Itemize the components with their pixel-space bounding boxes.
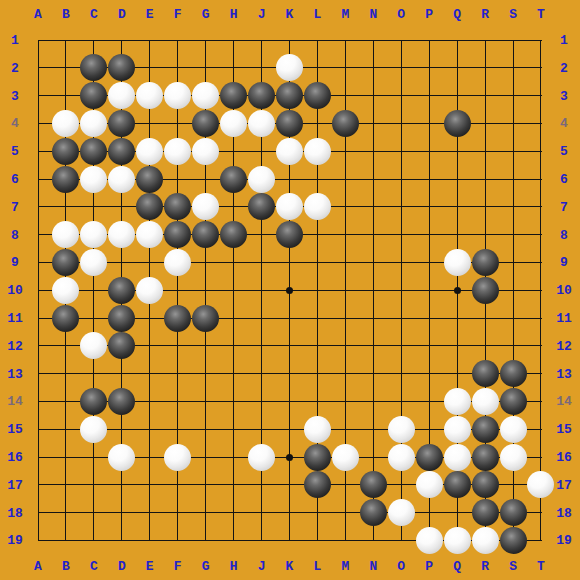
- stone-black-M4[interactable]: [332, 110, 359, 137]
- col-label-bottom-R: R: [481, 560, 489, 573]
- row-label-right-10: 10: [556, 284, 572, 297]
- stone-black-R10[interactable]: [472, 277, 499, 304]
- col-label-top-N: N: [369, 8, 377, 21]
- stone-black-C5[interactable]: [80, 138, 107, 165]
- stone-white-R19[interactable]: [472, 527, 499, 554]
- stone-black-H8[interactable]: [220, 221, 247, 248]
- col-label-bottom-C: C: [90, 560, 98, 573]
- stone-black-G11[interactable]: [192, 305, 219, 332]
- stone-white-Q9[interactable]: [444, 249, 471, 276]
- stone-white-D8[interactable]: [108, 221, 135, 248]
- stone-white-E5[interactable]: [136, 138, 163, 165]
- col-label-top-R: R: [481, 8, 489, 21]
- row-label-left-9: 9: [11, 256, 19, 269]
- stone-white-C4[interactable]: [80, 110, 107, 137]
- stone-black-R13[interactable]: [472, 360, 499, 387]
- col-label-top-C: C: [90, 8, 98, 21]
- stone-black-R15[interactable]: [472, 416, 499, 443]
- col-label-top-A: A: [34, 8, 42, 21]
- stone-white-Q19[interactable]: [444, 527, 471, 554]
- col-label-top-E: E: [146, 8, 154, 21]
- col-label-top-G: G: [202, 8, 210, 21]
- row-label-left-13: 13: [7, 367, 23, 380]
- stone-white-Q14[interactable]: [444, 388, 471, 415]
- stone-black-R16[interactable]: [472, 444, 499, 471]
- stone-black-H3[interactable]: [220, 82, 247, 109]
- row-label-right-4: 4: [560, 117, 568, 130]
- stone-white-B4[interactable]: [52, 110, 79, 137]
- col-label-bottom-E: E: [146, 560, 154, 573]
- col-label-bottom-J: J: [258, 560, 266, 573]
- stone-white-J6[interactable]: [248, 166, 275, 193]
- row-label-right-6: 6: [560, 173, 568, 186]
- stone-black-L16[interactable]: [304, 444, 331, 471]
- col-label-top-F: F: [174, 8, 182, 21]
- stone-white-S15[interactable]: [500, 416, 527, 443]
- stone-black-K8[interactable]: [276, 221, 303, 248]
- col-label-top-Q: Q: [453, 8, 461, 21]
- star-point-K10: [286, 287, 293, 294]
- stone-black-D12[interactable]: [108, 332, 135, 359]
- stone-black-F11[interactable]: [164, 305, 191, 332]
- col-label-bottom-K: K: [286, 560, 294, 573]
- col-label-top-D: D: [118, 8, 126, 21]
- col-label-bottom-S: S: [509, 560, 517, 573]
- col-label-top-O: O: [397, 8, 405, 21]
- stone-black-Q17[interactable]: [444, 471, 471, 498]
- grid-line-vertical-A: [38, 40, 39, 541]
- stone-white-M16[interactable]: [332, 444, 359, 471]
- row-label-left-18: 18: [7, 506, 23, 519]
- row-label-right-15: 15: [556, 423, 572, 436]
- row-label-left-10: 10: [7, 284, 23, 297]
- col-label-bottom-F: F: [174, 560, 182, 573]
- stone-black-B6[interactable]: [52, 166, 79, 193]
- col-label-top-J: J: [258, 8, 266, 21]
- stone-white-L7[interactable]: [304, 193, 331, 220]
- stone-white-K5[interactable]: [276, 138, 303, 165]
- stone-white-O18[interactable]: [388, 499, 415, 526]
- col-label-bottom-D: D: [118, 560, 126, 573]
- row-label-right-9: 9: [560, 256, 568, 269]
- stone-black-N17[interactable]: [360, 471, 387, 498]
- col-label-top-B: B: [62, 8, 70, 21]
- row-label-left-6: 6: [11, 173, 19, 186]
- stone-black-R18[interactable]: [472, 499, 499, 526]
- stone-black-K3[interactable]: [276, 82, 303, 109]
- stone-black-S19[interactable]: [500, 527, 527, 554]
- stone-white-J16[interactable]: [248, 444, 275, 471]
- go-board[interactable]: AA11BB22CC33DD44EE55FF66GG77HH88JJ99KK10…: [0, 0, 580, 580]
- stone-white-F5[interactable]: [164, 138, 191, 165]
- stone-black-D14[interactable]: [108, 388, 135, 415]
- stone-white-C12[interactable]: [80, 332, 107, 359]
- stone-white-L15[interactable]: [304, 416, 331, 443]
- row-label-right-17: 17: [556, 478, 572, 491]
- stone-white-D16[interactable]: [108, 444, 135, 471]
- row-label-right-14: 14: [556, 395, 572, 408]
- grid-line-horizontal-1: [38, 40, 542, 41]
- stone-white-L5[interactable]: [304, 138, 331, 165]
- stone-black-R9[interactable]: [472, 249, 499, 276]
- stone-black-N18[interactable]: [360, 499, 387, 526]
- stone-black-G4[interactable]: [192, 110, 219, 137]
- stone-black-D4[interactable]: [108, 110, 135, 137]
- stone-black-L17[interactable]: [304, 471, 331, 498]
- row-label-right-5: 5: [560, 145, 568, 158]
- stone-white-E10[interactable]: [136, 277, 163, 304]
- stone-white-F16[interactable]: [164, 444, 191, 471]
- stone-white-Q15[interactable]: [444, 416, 471, 443]
- row-label-left-5: 5: [11, 145, 19, 158]
- stone-white-E8[interactable]: [136, 221, 163, 248]
- stone-white-D6[interactable]: [108, 166, 135, 193]
- stone-white-C15[interactable]: [80, 416, 107, 443]
- row-label-left-15: 15: [7, 423, 23, 436]
- stone-white-R14[interactable]: [472, 388, 499, 415]
- stone-black-P16[interactable]: [416, 444, 443, 471]
- stone-white-O16[interactable]: [388, 444, 415, 471]
- col-label-bottom-H: H: [230, 560, 238, 573]
- col-label-bottom-A: A: [34, 560, 42, 573]
- stone-white-D3[interactable]: [108, 82, 135, 109]
- stone-black-H6[interactable]: [220, 166, 247, 193]
- grid-line-vertical-T: [540, 40, 541, 541]
- grid-line-horizontal-13: [38, 373, 542, 374]
- col-label-top-T: T: [537, 8, 545, 21]
- stone-white-F9[interactable]: [164, 249, 191, 276]
- stone-white-S16[interactable]: [500, 444, 527, 471]
- row-label-left-17: 17: [7, 478, 23, 491]
- stone-black-E7[interactable]: [136, 193, 163, 220]
- stone-white-J4[interactable]: [248, 110, 275, 137]
- col-label-bottom-P: P: [425, 560, 433, 573]
- col-label-top-P: P: [425, 8, 433, 21]
- stone-white-C6[interactable]: [80, 166, 107, 193]
- stone-white-O15[interactable]: [388, 416, 415, 443]
- stone-white-T17[interactable]: [527, 471, 554, 498]
- stone-white-P19[interactable]: [416, 527, 443, 554]
- row-label-right-16: 16: [556, 451, 572, 464]
- star-point-Q10: [454, 287, 461, 294]
- stone-black-D10[interactable]: [108, 277, 135, 304]
- col-label-top-K: K: [286, 8, 294, 21]
- grid-line-vertical-N: [373, 40, 374, 541]
- stone-black-K4[interactable]: [276, 110, 303, 137]
- grid-line-horizontal-18: [38, 512, 542, 513]
- stone-black-G8[interactable]: [192, 221, 219, 248]
- row-label-right-13: 13: [556, 367, 572, 380]
- row-label-right-18: 18: [556, 506, 572, 519]
- stone-black-F8[interactable]: [164, 221, 191, 248]
- stone-black-D2[interactable]: [108, 54, 135, 81]
- row-label-right-8: 8: [560, 228, 568, 241]
- stone-black-R17[interactable]: [472, 471, 499, 498]
- row-label-right-12: 12: [556, 339, 572, 352]
- row-label-right-2: 2: [560, 61, 568, 74]
- stone-black-C3[interactable]: [80, 82, 107, 109]
- stone-black-S13[interactable]: [500, 360, 527, 387]
- stone-white-G7[interactable]: [192, 193, 219, 220]
- col-label-bottom-M: M: [341, 560, 349, 573]
- row-label-right-11: 11: [556, 312, 572, 325]
- row-label-left-12: 12: [7, 339, 23, 352]
- row-label-left-7: 7: [11, 200, 19, 213]
- stone-white-C9[interactable]: [80, 249, 107, 276]
- stone-white-E3[interactable]: [136, 82, 163, 109]
- stone-white-P17[interactable]: [416, 471, 443, 498]
- col-label-bottom-G: G: [202, 560, 210, 573]
- row-label-left-1: 1: [11, 34, 19, 47]
- row-label-left-11: 11: [7, 312, 23, 325]
- stone-black-Q4[interactable]: [444, 110, 471, 137]
- row-label-right-7: 7: [560, 200, 568, 213]
- col-label-bottom-B: B: [62, 560, 70, 573]
- stone-white-K7[interactable]: [276, 193, 303, 220]
- col-label-top-H: H: [230, 8, 238, 21]
- col-label-bottom-L: L: [314, 560, 322, 573]
- row-label-right-19: 19: [556, 534, 572, 547]
- col-label-bottom-Q: Q: [453, 560, 461, 573]
- stone-white-G3[interactable]: [192, 82, 219, 109]
- stone-black-S14[interactable]: [500, 388, 527, 415]
- stone-black-B9[interactable]: [52, 249, 79, 276]
- row-label-left-8: 8: [11, 228, 19, 241]
- row-label-left-19: 19: [7, 534, 23, 547]
- stone-black-E6[interactable]: [136, 166, 163, 193]
- stone-white-G5[interactable]: [192, 138, 219, 165]
- stone-white-F3[interactable]: [164, 82, 191, 109]
- stone-white-C8[interactable]: [80, 221, 107, 248]
- row-label-left-4: 4: [11, 117, 19, 130]
- stone-black-D5[interactable]: [108, 138, 135, 165]
- row-label-left-16: 16: [7, 451, 23, 464]
- stone-black-B11[interactable]: [52, 305, 79, 332]
- col-label-top-S: S: [509, 8, 517, 21]
- col-label-top-L: L: [314, 8, 322, 21]
- row-label-left-14: 14: [7, 395, 23, 408]
- stone-black-C2[interactable]: [80, 54, 107, 81]
- row-label-right-1: 1: [560, 34, 568, 47]
- col-label-bottom-N: N: [369, 560, 377, 573]
- star-point-K16: [286, 454, 293, 461]
- row-label-right-3: 3: [560, 89, 568, 102]
- col-label-bottom-O: O: [397, 560, 405, 573]
- stone-white-B10[interactable]: [52, 277, 79, 304]
- stone-black-S18[interactable]: [500, 499, 527, 526]
- stone-white-H4[interactable]: [220, 110, 247, 137]
- stone-black-J3[interactable]: [248, 82, 275, 109]
- col-label-top-M: M: [341, 8, 349, 21]
- col-label-bottom-T: T: [537, 560, 545, 573]
- stone-white-Q16[interactable]: [444, 444, 471, 471]
- stone-black-F7[interactable]: [164, 193, 191, 220]
- stone-white-B8[interactable]: [52, 221, 79, 248]
- stone-black-D11[interactable]: [108, 305, 135, 332]
- stone-black-B5[interactable]: [52, 138, 79, 165]
- stone-black-L3[interactable]: [304, 82, 331, 109]
- row-label-left-3: 3: [11, 89, 19, 102]
- stone-black-J7[interactable]: [248, 193, 275, 220]
- stone-white-K2[interactable]: [276, 54, 303, 81]
- row-label-left-2: 2: [11, 61, 19, 74]
- stone-black-C14[interactable]: [80, 388, 107, 415]
